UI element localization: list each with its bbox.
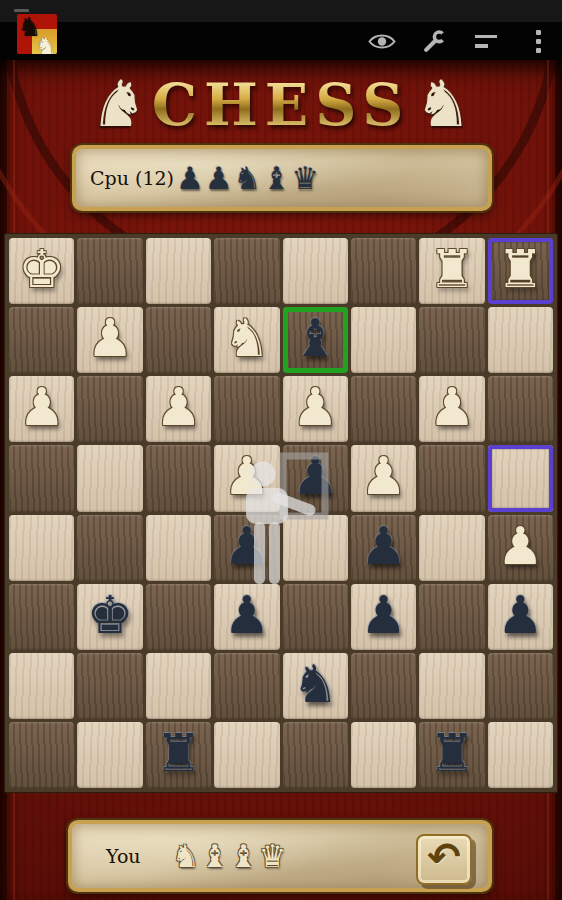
square-a7[interactable]: [488, 653, 553, 719]
piece-white-pawn-a5[interactable]: ♟: [497, 520, 544, 572]
square-h7[interactable]: [9, 653, 74, 719]
title-banner: ♞ CHESS ♞: [0, 66, 562, 142]
square-c4[interactable]: ♟: [351, 445, 416, 511]
square-d4[interactable]: ♟: [283, 445, 348, 511]
piece-black-bishop-d2[interactable]: ♝: [292, 312, 339, 364]
square-e3[interactable]: [214, 376, 279, 442]
square-h6[interactable]: [9, 584, 74, 650]
piece-black-pawn-c5[interactable]: ♟: [360, 520, 407, 572]
title-knight-right-icon: ♞: [414, 72, 471, 136]
move-list-icon[interactable]: [472, 26, 500, 56]
square-f1[interactable]: [146, 238, 211, 304]
piece-black-rook-f8[interactable]: ♜: [155, 727, 202, 779]
square-g4[interactable]: [77, 445, 142, 511]
you-captured-tray: You ♞♝♝♛ ↶: [68, 820, 492, 892]
square-a5[interactable]: ♟: [488, 515, 553, 581]
notification-dash-icon: [14, 9, 29, 12]
cpu-captured-pieces: ♟♟♞♝♛: [176, 163, 319, 194]
logo-white-knight-icon: ♞: [35, 32, 57, 54]
piece-white-pawn-g2[interactable]: ♟: [87, 312, 134, 364]
square-a8[interactable]: [488, 722, 553, 788]
square-h8[interactable]: [9, 722, 74, 788]
square-a1[interactable]: ♜: [488, 238, 553, 304]
board: ♚♜♜♟♞♝♟♟♟♟♟♟♟♟♟♟♚♟♟♟♞♜♜: [4, 233, 558, 793]
eye-icon[interactable]: [368, 26, 396, 56]
square-h5[interactable]: [9, 515, 74, 581]
captured-white-knight: ♞: [172, 841, 200, 872]
square-e4[interactable]: ♟: [214, 445, 279, 511]
square-c8[interactable]: [351, 722, 416, 788]
square-e7[interactable]: [214, 653, 279, 719]
square-g7[interactable]: [77, 653, 142, 719]
piece-white-pawn-f3[interactable]: ♟: [155, 381, 202, 433]
square-d6[interactable]: [283, 584, 348, 650]
square-e2[interactable]: ♞: [214, 307, 279, 373]
square-g3[interactable]: [77, 376, 142, 442]
status-bar: [0, 0, 562, 22]
chess-app-screen: ♞ ♞: [0, 0, 562, 900]
piece-black-pawn-d4[interactable]: ♟: [292, 450, 339, 502]
piece-black-rook-b8[interactable]: ♜: [429, 727, 476, 779]
square-f7[interactable]: [146, 653, 211, 719]
square-c5[interactable]: ♟: [351, 515, 416, 581]
action-bar: ♞ ♞: [0, 22, 562, 60]
piece-white-rook-b1[interactable]: ♜: [429, 243, 476, 295]
captured-black-pawn: ♟: [205, 163, 233, 194]
square-b3[interactable]: ♟: [419, 376, 484, 442]
undo-button[interactable]: ↶: [416, 834, 472, 885]
piece-black-pawn-a6[interactable]: ♟: [497, 589, 544, 641]
square-d8[interactable]: [283, 722, 348, 788]
piece-white-rook-a1[interactable]: ♜: [497, 243, 544, 295]
piece-black-pawn-e6[interactable]: ♟: [224, 589, 271, 641]
square-f6[interactable]: [146, 584, 211, 650]
square-g5[interactable]: [77, 515, 142, 581]
piece-black-pawn-e5[interactable]: ♟: [224, 520, 271, 572]
square-g1[interactable]: [77, 238, 142, 304]
piece-white-pawn-c4[interactable]: ♟: [360, 450, 407, 502]
square-e5[interactable]: ♟: [214, 515, 279, 581]
square-h1[interactable]: ♚: [9, 238, 74, 304]
square-d1[interactable]: [283, 238, 348, 304]
cpu-label: Cpu (12): [90, 167, 174, 189]
square-f5[interactable]: [146, 515, 211, 581]
square-e6[interactable]: ♟: [214, 584, 279, 650]
square-e8[interactable]: [214, 722, 279, 788]
square-c2[interactable]: [351, 307, 416, 373]
captured-white-bishop: ♝: [201, 841, 229, 872]
square-c7[interactable]: [351, 653, 416, 719]
square-b5[interactable]: [419, 515, 484, 581]
captured-black-knight: ♞: [234, 163, 262, 194]
square-f2[interactable]: [146, 307, 211, 373]
wrench-icon[interactable]: [420, 26, 448, 56]
piece-white-pawn-d3[interactable]: ♟: [292, 381, 339, 433]
captured-white-queen: ♛: [258, 841, 286, 872]
square-b6[interactable]: [419, 584, 484, 650]
square-g8[interactable]: [77, 722, 142, 788]
square-a4[interactable]: [488, 445, 553, 511]
square-b1[interactable]: ♜: [419, 238, 484, 304]
piece-white-pawn-b3[interactable]: ♟: [429, 381, 476, 433]
square-g6[interactable]: ♚: [77, 584, 142, 650]
square-c6[interactable]: ♟: [351, 584, 416, 650]
square-g2[interactable]: ♟: [77, 307, 142, 373]
square-d3[interactable]: ♟: [283, 376, 348, 442]
square-e1[interactable]: [214, 238, 279, 304]
piece-black-knight-d7[interactable]: ♞: [292, 658, 339, 710]
square-f8[interactable]: ♜: [146, 722, 211, 788]
piece-white-pawn-h3[interactable]: ♟: [18, 381, 65, 433]
title-knight-left-icon: ♞: [90, 72, 147, 136]
piece-black-pawn-c6[interactable]: ♟: [360, 589, 407, 641]
square-f4[interactable]: [146, 445, 211, 511]
you-label: You: [106, 845, 141, 867]
square-b4[interactable]: [419, 445, 484, 511]
piece-white-pawn-e4[interactable]: ♟: [224, 450, 271, 502]
square-d7[interactable]: ♞: [283, 653, 348, 719]
square-a6[interactable]: ♟: [488, 584, 553, 650]
square-b2[interactable]: [419, 307, 484, 373]
square-b7[interactable]: [419, 653, 484, 719]
captured-white-bishop: ♝: [230, 841, 258, 872]
you-captured-pieces: ♞♝♝♛: [172, 841, 286, 872]
square-d2[interactable]: ♝: [283, 307, 348, 373]
piece-white-knight-e2[interactable]: ♞: [224, 312, 271, 364]
captured-black-pawn: ♟: [176, 163, 204, 194]
piece-black-king-g6[interactable]: ♚: [87, 589, 134, 641]
captured-black-bishop: ♝: [262, 163, 290, 194]
square-a3[interactable]: [488, 376, 553, 442]
app-logo-icon[interactable]: ♞ ♞: [17, 14, 57, 54]
undo-arrow-icon: ↶: [427, 837, 461, 877]
square-d5[interactable]: [283, 515, 348, 581]
overflow-menu-icon[interactable]: [524, 26, 552, 56]
square-h2[interactable]: [9, 307, 74, 373]
square-c1[interactable]: [351, 238, 416, 304]
square-f3[interactable]: ♟: [146, 376, 211, 442]
square-a2[interactable]: [488, 307, 553, 373]
piece-white-king-h1[interactable]: ♚: [18, 243, 65, 295]
square-h3[interactable]: ♟: [9, 376, 74, 442]
square-h4[interactable]: [9, 445, 74, 511]
cpu-captured-tray: Cpu (12) ♟♟♞♝♛: [72, 145, 492, 211]
app-title: CHESS: [152, 76, 411, 133]
square-b8[interactable]: ♜: [419, 722, 484, 788]
square-c3[interactable]: [351, 376, 416, 442]
captured-black-queen: ♛: [291, 163, 319, 194]
